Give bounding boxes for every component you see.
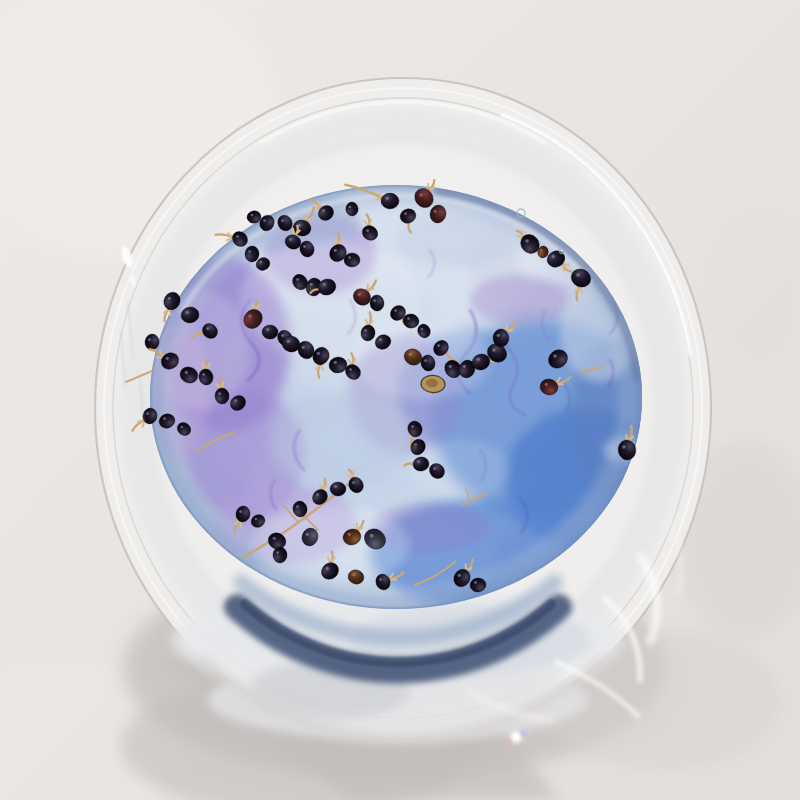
photo-canvas [0, 0, 800, 800]
bowl-photo-svg [0, 0, 800, 800]
goji-berry [344, 253, 360, 267]
goji-berry [273, 547, 287, 563]
goji-berry [262, 325, 278, 340]
goji-berry [421, 375, 446, 394]
